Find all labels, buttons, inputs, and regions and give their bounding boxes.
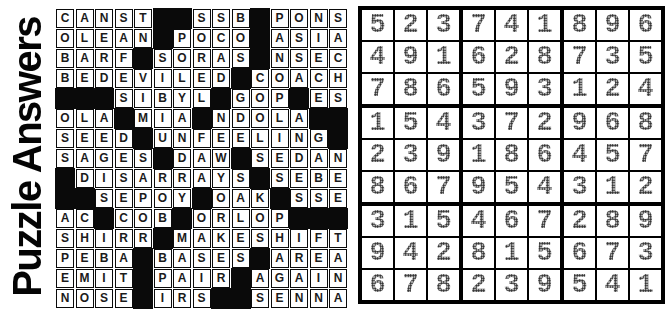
crossword-letter-cell: F [310,229,328,248]
sudoku-cell: 4 [529,172,560,202]
sudoku-digit: 4 [637,76,653,103]
crossword-letter-cell: R [212,269,230,288]
crossword-letter-cell: E [232,229,250,248]
crossword-letter-cell: A [173,269,191,288]
sudoku-box: 315942678 [362,206,459,300]
crossword-letter-cell: S [56,229,74,248]
sudoku-cell: 6 [630,10,661,40]
crossword-letter-cell: E [329,189,347,208]
sudoku-digit: 5 [470,76,486,103]
crossword-letter-cell: E [271,149,289,168]
crossword-letter-cell: I [154,289,172,308]
sudoku-digit: 9 [571,110,587,137]
sudoku-cell: 2 [395,10,426,40]
crossword-letter-cell: A [193,229,211,248]
crossword-letter-cell: N [56,289,74,308]
sudoku-digit: 4 [536,174,552,201]
crossword-letter-cell: A [56,209,74,228]
crossword-letter-cell: L [173,69,191,88]
crossword-letter-cell: A [134,169,152,188]
crossword-letter-cell: K [251,189,269,208]
crossword-letter-cell: L [251,129,269,148]
sudoku-digit: 5 [369,12,385,39]
sudoku-cell: 8 [395,74,426,104]
crossword-letter-cell: S [95,189,113,208]
crossword-letter-cell: O [76,289,94,308]
sudoku-digit: 1 [604,174,620,201]
crossword-letter-cell: A [329,249,347,268]
crossword-letter-cell: Y [212,169,230,188]
crossword-letter-cell: P [173,29,191,48]
crossword-block-cell [193,189,211,208]
crossword-letter-cell: A [115,249,133,268]
sudoku-digit: 8 [604,208,620,235]
sudoku-digit: 9 [503,76,519,103]
sudoku-cell: 6 [395,172,426,202]
sudoku-cell: 4 [463,206,494,236]
crossword-letter-cell: O [154,189,172,208]
crossword-letter-cell: E [95,29,113,48]
crossword-letter-cell: S [193,9,211,28]
crossword-letter-cell: O [251,109,269,128]
crossword-letter-cell: S [232,249,250,268]
crossword-letter-cell: R [95,49,113,68]
sudoku-digit: 4 [604,272,620,299]
sudoku-cell: 9 [428,140,459,170]
crossword-letter-cell: E [310,89,328,108]
sudoku-digit: 3 [571,174,587,201]
sudoku-digit: 8 [571,12,587,39]
sudoku-cell: 4 [564,140,595,170]
crossword-letter-cell: E [212,249,230,268]
crossword-letter-cell: D [173,149,191,168]
crossword-letter-cell: M [173,229,191,248]
sudoku-cell: 1 [362,108,393,138]
crossword-letter-cell: A [212,49,230,68]
crossword-block-cell [310,209,328,228]
crossword-letter-cell: B [56,49,74,68]
crossword-block-cell [154,9,172,28]
crossword-letter-cell: T [134,9,152,28]
crossword-letter-cell: O [134,209,152,228]
crossword-block-cell [134,289,152,308]
sudoku-cell: 1 [529,10,560,40]
sudoku-digit: 1 [470,142,486,169]
crossword-letter-cell: G [95,149,113,168]
crossword-letter-cell: U [154,129,172,148]
sudoku-cell: 8 [463,238,494,268]
crossword-letter-cell: I [290,229,308,248]
sudoku-cell: 9 [496,74,527,104]
sudoku-cell: 2 [428,238,459,268]
crossword-letter-cell: S [251,289,269,308]
crossword-letter-cell: N [271,49,289,68]
crossword-letter-cell: R [115,229,133,248]
sudoku-cell: 6 [362,270,393,300]
crossword-answer-grid: CANSTSSBPONSOLEANPOCOASIABARFSORASNSECBE… [56,9,347,308]
sudoku-digit: 7 [536,208,552,235]
sudoku-cell: 5 [428,206,459,236]
sudoku-cell: 8 [428,270,459,300]
crossword-block-cell [290,89,308,108]
crossword-letter-cell: A [329,29,347,48]
crossword-block-cell [76,89,94,108]
crossword-letter-cell: I [154,69,172,88]
sudoku-cell: 1 [630,270,661,300]
sudoku-cell: 1 [463,140,494,170]
crossword-letter-cell: B [154,249,172,268]
sudoku-box: 289673541 [564,206,661,300]
crossword-letter-cell: O [212,189,230,208]
sudoku-digit: 6 [470,44,486,71]
crossword-letter-cell: K [212,229,230,248]
crossword-letter-cell: E [76,249,94,268]
sudoku-digit: 2 [604,76,620,103]
crossword-letter-cell: E [115,149,133,168]
sudoku-cell: 4 [428,108,459,138]
crossword-block-cell [251,49,269,68]
crossword-letter-cell: A [173,249,191,268]
crossword-letter-cell: N [310,9,328,28]
crossword-letter-cell: O [271,69,289,88]
crossword-letter-cell: N [212,109,230,128]
crossword-letter-cell: E [232,129,250,148]
sudoku-digit: 6 [402,174,418,201]
crossword-letter-cell: O [290,9,308,28]
crossword-letter-cell: S [115,9,133,28]
crossword-letter-cell: S [290,49,308,68]
crossword-letter-cell: E [310,49,328,68]
crossword-letter-cell: C [310,69,328,88]
crossword-letter-cell: O [232,29,250,48]
crossword-letter-cell: E [76,69,94,88]
title-column: Puzzle Answers [0,0,54,313]
crossword-letter-cell: O [173,49,191,68]
crossword-letter-cell: C [115,209,133,228]
crossword-letter-cell: F [193,129,211,148]
crossword-letter-cell: S [251,149,269,168]
crossword-letter-cell: D [290,149,308,168]
crossword-letter-cell: I [95,269,113,288]
crossword-letter-cell: W [212,149,230,168]
crossword-letter-cell: A [271,29,289,48]
crossword-letter-cell: O [193,209,211,228]
crossword-letter-cell: P [134,189,152,208]
sudoku-box: 154239867 [362,108,459,202]
crossword-letter-cell: I [134,89,152,108]
sudoku-cell: 2 [463,270,494,300]
crossword-block-cell [329,129,347,148]
sudoku-cell: 8 [362,172,393,202]
sudoku-cell: 1 [428,42,459,72]
sudoku-digit: 2 [571,208,587,235]
crossword-block-cell [251,249,269,268]
sudoku-cell: 9 [630,206,661,236]
sudoku-digit: 1 [571,76,587,103]
crossword-letter-cell: Y [173,189,191,208]
sudoku-cell: 5 [529,238,560,268]
sudoku-digit: 5 [604,142,620,169]
sudoku-cell: 8 [597,206,628,236]
sudoku-digit: 8 [536,44,552,71]
crossword-letter-cell: O [193,29,211,48]
sudoku-cell: 1 [564,74,595,104]
sudoku-cell: 9 [564,108,595,138]
sudoku-cell: 4 [362,42,393,72]
sudoku-digit: 9 [637,208,653,235]
crossword-letter-cell: I [95,229,113,248]
crossword-block-cell [115,109,133,128]
sudoku-cell: 8 [529,42,560,72]
crossword-letter-cell: E [76,129,94,148]
crossword-letter-cell: D [212,69,230,88]
sudoku-digit: 1 [369,110,385,137]
crossword-block-cell [193,109,211,128]
crossword-block-cell [212,89,230,108]
sudoku-digit: 7 [369,76,385,103]
sudoku-digit: 3 [604,44,620,71]
crossword-letter-cell: A [232,189,250,208]
sudoku-cell: 7 [529,206,560,236]
crossword-letter-cell: S [329,89,347,108]
crossword-block-cell [56,89,74,108]
crossword-letter-cell: I [310,269,328,288]
sudoku-cell: 9 [395,42,426,72]
sudoku-box: 968457312 [564,108,661,202]
sudoku-digit: 9 [536,272,552,299]
crossword-block-cell [232,69,250,88]
sudoku-digit: 1 [637,272,653,299]
sudoku-box: 467815239 [463,206,560,300]
crossword-letter-cell: S [290,29,308,48]
crossword-letter-cell: S [212,9,230,28]
sudoku-cell: 5 [597,140,628,170]
crossword-letter-cell: I [271,129,289,148]
crossword-letter-cell: G [271,269,289,288]
sudoku-digit: 8 [435,272,451,299]
sudoku-digit: 8 [503,142,519,169]
crossword-block-cell [290,209,308,228]
sudoku-cell: 3 [463,108,494,138]
crossword-letter-cell: L [76,29,94,48]
sudoku-digit: 2 [503,44,519,71]
sudoku-cell: 7 [630,140,661,170]
crossword-block-cell [56,189,74,208]
sudoku-cell: 7 [564,42,595,72]
crossword-letter-cell: Y [173,89,191,108]
crossword-block-cell [251,169,269,188]
crossword-letter-cell: S [271,169,289,188]
sudoku-cell: 3 [362,206,393,236]
crossword-block-cell [154,229,172,248]
sudoku-digit: 3 [503,272,519,299]
crossword-letter-cell: E [212,129,230,148]
sudoku-cell: 7 [597,238,628,268]
page-title: Puzzle Answers [5,17,50,297]
sudoku-digit: 5 [503,174,519,201]
crossword-letter-cell: R [290,249,308,268]
crossword-letter-cell: D [115,129,133,148]
crossword-letter-cell: M [134,109,152,128]
sudoku-cell: 5 [496,172,527,202]
crossword-letter-cell: N [134,29,152,48]
sudoku-digit: 8 [402,76,418,103]
crossword-block-cell [271,189,289,208]
crossword-letter-cell: C [76,209,94,228]
sudoku-cell: 6 [496,206,527,236]
crossword-letter-cell: H [329,69,347,88]
sudoku-digit: 5 [536,240,552,267]
crossword-letter-cell: S [232,49,250,68]
sudoku-digit: 3 [369,208,385,235]
sudoku-digit: 4 [435,110,451,137]
crossword-letter-cell: E [193,69,211,88]
crossword-block-cell [134,129,152,148]
crossword-block-cell [76,189,94,208]
sudoku-digit: 3 [536,76,552,103]
crossword-letter-cell: S [154,49,172,68]
crossword-letter-cell: O [56,29,74,48]
puzzle-answers-page: Puzzle Answers CANSTSSBPONSOLEANPOCOASIA… [0,0,670,313]
crossword-letter-cell: B [154,209,172,228]
crossword-letter-cell: S [329,9,347,28]
sudoku-cell: 4 [395,238,426,268]
sudoku-digit: 4 [571,142,587,169]
crossword-letter-cell: R [212,209,230,228]
crossword-letter-cell: D [95,69,113,88]
crossword-letter-cell: I [193,269,211,288]
crossword-letter-cell: A [76,149,94,168]
crossword-letter-cell: N [290,129,308,148]
crossword-letter-cell: N [329,149,347,168]
crossword-block-cell [56,169,74,188]
sudoku-cell: 2 [496,42,527,72]
sudoku-digit: 8 [637,110,653,137]
crossword-letter-cell: V [134,69,152,88]
sudoku-cell: 5 [564,270,595,300]
crossword-letter-cell: I [154,109,172,128]
crossword-letter-cell: S [290,189,308,208]
crossword-letter-cell: R [134,229,152,248]
crossword-letter-cell: P [271,89,289,108]
crossword-block-cell [232,269,250,288]
sudoku-digit: 4 [503,12,519,39]
crossword-letter-cell: O [251,89,269,108]
sudoku-cell: 5 [362,10,393,40]
crossword-letter-cell: A [95,109,113,128]
sudoku-cell: 2 [362,140,393,170]
sudoku-cell: 9 [529,270,560,300]
sudoku-cell: 7 [496,108,527,138]
crossword-letter-cell: A [115,29,133,48]
sudoku-cell: 8 [564,10,595,40]
crossword-letter-cell: A [76,49,94,68]
crossword-letter-cell: S [251,229,269,248]
sudoku-cell: 6 [564,238,595,268]
crossword-letter-cell: P [56,249,74,268]
crossword-block-cell [173,209,191,228]
crossword-block-cell [329,209,347,228]
crossword-letter-cell: D [76,169,94,188]
crossword-letter-cell: P [271,209,289,228]
sudoku-digit: 2 [470,272,486,299]
sudoku-digit: 3 [470,110,486,137]
sudoku-digit: 1 [536,12,552,39]
sudoku-cell: 4 [597,270,628,300]
sudoku-cell: 5 [395,108,426,138]
crossword-letter-cell: F [115,49,133,68]
sudoku-digit: 6 [604,110,620,137]
crossword-letter-cell: L [232,209,250,228]
crossword-letter-cell: B [310,169,328,188]
crossword-letter-cell: O [251,209,269,228]
crossword-letter-cell: E [115,189,133,208]
sudoku-cell: 5 [630,42,661,72]
crossword-block-cell [232,149,250,168]
crossword-block-cell [212,289,230,308]
sudoku-cell: 8 [496,140,527,170]
crossword-letter-cell: A [271,249,289,268]
sudoku-digit: 3 [637,240,653,267]
crossword-letter-cell: M [76,269,94,288]
crossword-letter-cell: L [193,89,211,108]
sudoku-digit: 2 [435,240,451,267]
sudoku-digit: 7 [402,272,418,299]
crossword-letter-cell: E [271,289,289,308]
sudoku-box: 896735124 [564,10,661,104]
crossword-letter-cell: A [251,269,269,288]
sudoku-digit: 3 [435,12,451,39]
crossword-letter-cell: A [173,109,191,128]
crossword-letter-cell: E [290,169,308,188]
crossword-letter-cell: I [310,29,328,48]
crossword-block-cell [134,249,152,268]
sudoku-digit: 7 [470,12,486,39]
sudoku-digit: 9 [604,12,620,39]
crossword-letter-cell: T [115,269,133,288]
crossword-letter-cell: B [232,9,250,28]
sudoku-digit: 6 [369,272,385,299]
sudoku-cell: 3 [597,42,628,72]
crossword-block-cell [173,9,191,28]
sudoku-answer-grid: 5234917867416285938967351241542398673721… [358,6,665,304]
sudoku-cell: 3 [529,74,560,104]
crossword-letter-cell: G [232,89,250,108]
sudoku-digit: 9 [402,44,418,71]
crossword-letter-cell: S [193,249,211,268]
sudoku-cell: 3 [428,10,459,40]
crossword-letter-cell: N [290,289,308,308]
sudoku-digit: 1 [435,44,451,71]
sudoku-digit: 6 [435,76,451,103]
crossword-letter-cell: G [310,129,328,148]
sudoku-digit: 2 [369,142,385,169]
crossword-letter-cell: S [56,149,74,168]
sudoku-digit: 5 [571,272,587,299]
crossword-letter-cell: T [329,229,347,248]
crossword-letter-cell: N [173,129,191,148]
sudoku-digit: 4 [369,44,385,71]
crossword-letter-cell: A [193,149,211,168]
sudoku-box: 741628593 [463,10,560,104]
crossword-letter-cell: C [56,9,74,28]
sudoku-digit: 8 [369,174,385,201]
sudoku-digit: 8 [470,240,486,267]
sudoku-digit: 7 [571,44,587,71]
sudoku-digit: 5 [637,44,653,71]
crossword-block-cell [154,149,172,168]
crossword-letter-cell: S [134,149,152,168]
